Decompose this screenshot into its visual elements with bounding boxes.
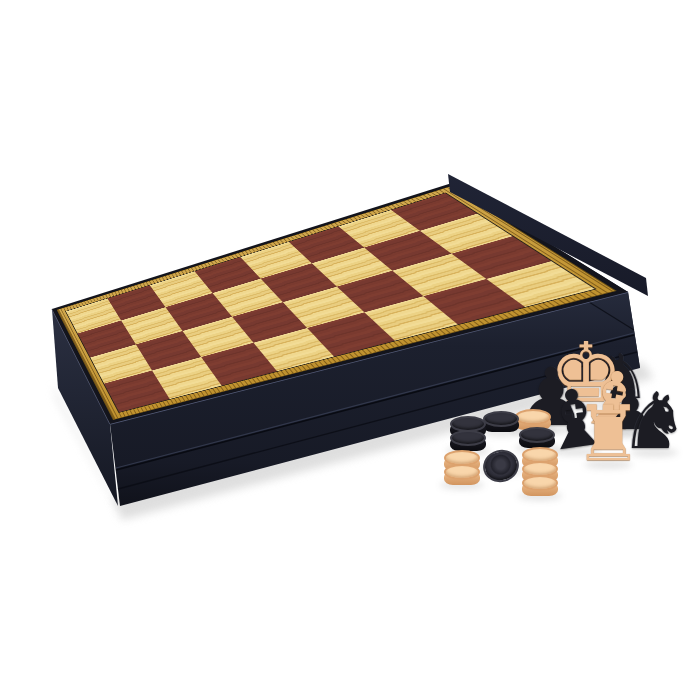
black-checker-disc <box>483 411 519 433</box>
product-photo-chess-box: ♟♚♞♝♝♟♞♜ <box>0 0 700 700</box>
beige-checker-disc <box>522 475 558 497</box>
checker-disc-top <box>522 475 558 491</box>
beige-checker-disc <box>444 464 480 486</box>
checker-disc-top <box>519 427 555 443</box>
checker-disc-top <box>483 411 519 427</box>
beige-rook-piece: ♜ <box>608 396 676 472</box>
checker-disc-top <box>450 430 486 446</box>
black-checker-disc <box>519 427 555 449</box>
loose-pieces-layer: ♟♚♞♝♝♟♞♜ <box>0 0 700 700</box>
black-checker-disc <box>450 430 486 452</box>
checker-disc-top <box>444 464 480 480</box>
